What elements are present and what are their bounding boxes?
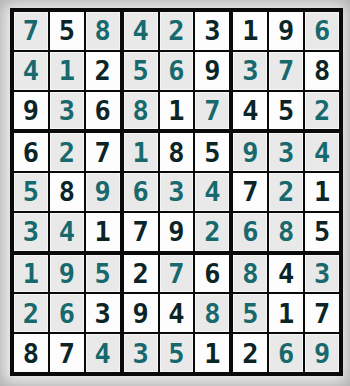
cell-r9c6[interactable]: 1 <box>195 334 229 372</box>
cell-r6c5[interactable]: 9 <box>160 213 194 251</box>
cell-r7c5[interactable]: 7 <box>160 255 194 293</box>
box-6: 934721685 <box>233 133 339 250</box>
cell-r7c2[interactable]: 9 <box>50 255 84 293</box>
cell-r2c1[interactable]: 4 <box>14 52 48 90</box>
cell-r8c6[interactable]: 8 <box>195 294 229 332</box>
cell-r7c9[interactable]: 3 <box>305 255 339 293</box>
cell-r6c6[interactable]: 2 <box>195 213 229 251</box>
cell-r9c1[interactable]: 8 <box>14 334 48 372</box>
cell-r4c9[interactable]: 4 <box>305 133 339 171</box>
cell-r8c3[interactable]: 3 <box>86 294 120 332</box>
cell-r3c7[interactable]: 4 <box>233 92 267 130</box>
cell-r4c2[interactable]: 2 <box>50 133 84 171</box>
cell-r6c8[interactable]: 8 <box>269 213 303 251</box>
cell-r2c5[interactable]: 6 <box>160 52 194 90</box>
cell-r8c4[interactable]: 9 <box>124 294 158 332</box>
cell-r7c6[interactable]: 6 <box>195 255 229 293</box>
cell-r4c8[interactable]: 3 <box>269 133 303 171</box>
cell-r5c9[interactable]: 1 <box>305 173 339 211</box>
cell-r1c4[interactable]: 4 <box>124 12 158 50</box>
cell-r6c1[interactable]: 3 <box>14 213 48 251</box>
cell-r2c8[interactable]: 7 <box>269 52 303 90</box>
box-5: 185634792 <box>124 133 230 250</box>
cell-r5c3[interactable]: 9 <box>86 173 120 211</box>
cell-r3c1[interactable]: 9 <box>14 92 48 130</box>
cell-r9c2[interactable]: 7 <box>50 334 84 372</box>
cell-r4c4[interactable]: 1 <box>124 133 158 171</box>
cell-r1c2[interactable]: 5 <box>50 12 84 50</box>
cell-r4c7[interactable]: 9 <box>233 133 267 171</box>
cell-r9c4[interactable]: 3 <box>124 334 158 372</box>
box-3: 196378452 <box>233 12 339 129</box>
cell-r1c9[interactable]: 6 <box>305 12 339 50</box>
cell-r4c3[interactable]: 7 <box>86 133 120 171</box>
sudoku-board: 7584129364235698171963784526275893411856… <box>10 8 343 376</box>
cell-r6c2[interactable]: 4 <box>50 213 84 251</box>
cell-r3c4[interactable]: 8 <box>124 92 158 130</box>
cell-r5c2[interactable]: 8 <box>50 173 84 211</box>
cell-r9c3[interactable]: 4 <box>86 334 120 372</box>
cell-r5c8[interactable]: 2 <box>269 173 303 211</box>
cell-r5c1[interactable]: 5 <box>14 173 48 211</box>
cell-r3c6[interactable]: 7 <box>195 92 229 130</box>
cell-r2c4[interactable]: 5 <box>124 52 158 90</box>
cell-r3c3[interactable]: 6 <box>86 92 120 130</box>
cell-r1c5[interactable]: 2 <box>160 12 194 50</box>
cell-r2c2[interactable]: 1 <box>50 52 84 90</box>
cell-r9c5[interactable]: 5 <box>160 334 194 372</box>
cell-r8c9[interactable]: 7 <box>305 294 339 332</box>
cell-r2c9[interactable]: 8 <box>305 52 339 90</box>
cell-r8c2[interactable]: 6 <box>50 294 84 332</box>
cell-r6c9[interactable]: 5 <box>305 213 339 251</box>
cell-r1c7[interactable]: 1 <box>233 12 267 50</box>
cell-r7c3[interactable]: 5 <box>86 255 120 293</box>
cell-r3c9[interactable]: 2 <box>305 92 339 130</box>
cell-r6c3[interactable]: 1 <box>86 213 120 251</box>
cell-r9c8[interactable]: 6 <box>269 334 303 372</box>
box-4: 627589341 <box>14 133 120 250</box>
cell-r2c3[interactable]: 2 <box>86 52 120 90</box>
box-2: 423569817 <box>124 12 230 129</box>
box-9: 843517269 <box>233 255 339 372</box>
box-7: 195263874 <box>14 255 120 372</box>
cell-r9c7[interactable]: 2 <box>233 334 267 372</box>
cell-r7c4[interactable]: 2 <box>124 255 158 293</box>
cell-r1c6[interactable]: 3 <box>195 12 229 50</box>
cell-r5c7[interactable]: 7 <box>233 173 267 211</box>
cell-r7c7[interactable]: 8 <box>233 255 267 293</box>
page-background: 7584129364235698171963784526275893411856… <box>0 0 350 386</box>
cell-r7c1[interactable]: 1 <box>14 255 48 293</box>
cell-r4c5[interactable]: 8 <box>160 133 194 171</box>
cell-r9c9[interactable]: 9 <box>305 334 339 372</box>
cell-r6c4[interactable]: 7 <box>124 213 158 251</box>
cell-r3c5[interactable]: 1 <box>160 92 194 130</box>
cell-r5c5[interactable]: 3 <box>160 173 194 211</box>
cell-r8c7[interactable]: 5 <box>233 294 267 332</box>
cell-r1c1[interactable]: 7 <box>14 12 48 50</box>
cell-r6c7[interactable]: 6 <box>233 213 267 251</box>
cell-r1c8[interactable]: 9 <box>269 12 303 50</box>
cell-r5c4[interactable]: 6 <box>124 173 158 211</box>
cell-r3c2[interactable]: 3 <box>50 92 84 130</box>
box-1: 758412936 <box>14 12 120 129</box>
cell-r3c8[interactable]: 5 <box>269 92 303 130</box>
cell-r7c8[interactable]: 4 <box>269 255 303 293</box>
cell-r2c6[interactable]: 9 <box>195 52 229 90</box>
box-8: 276948351 <box>124 255 230 372</box>
cell-r1c3[interactable]: 8 <box>86 12 120 50</box>
cell-r8c8[interactable]: 1 <box>269 294 303 332</box>
cell-r2c7[interactable]: 3 <box>233 52 267 90</box>
cell-r5c6[interactable]: 4 <box>195 173 229 211</box>
cell-r4c1[interactable]: 6 <box>14 133 48 171</box>
cell-r8c5[interactable]: 4 <box>160 294 194 332</box>
cell-r4c6[interactable]: 5 <box>195 133 229 171</box>
cell-r8c1[interactable]: 2 <box>14 294 48 332</box>
